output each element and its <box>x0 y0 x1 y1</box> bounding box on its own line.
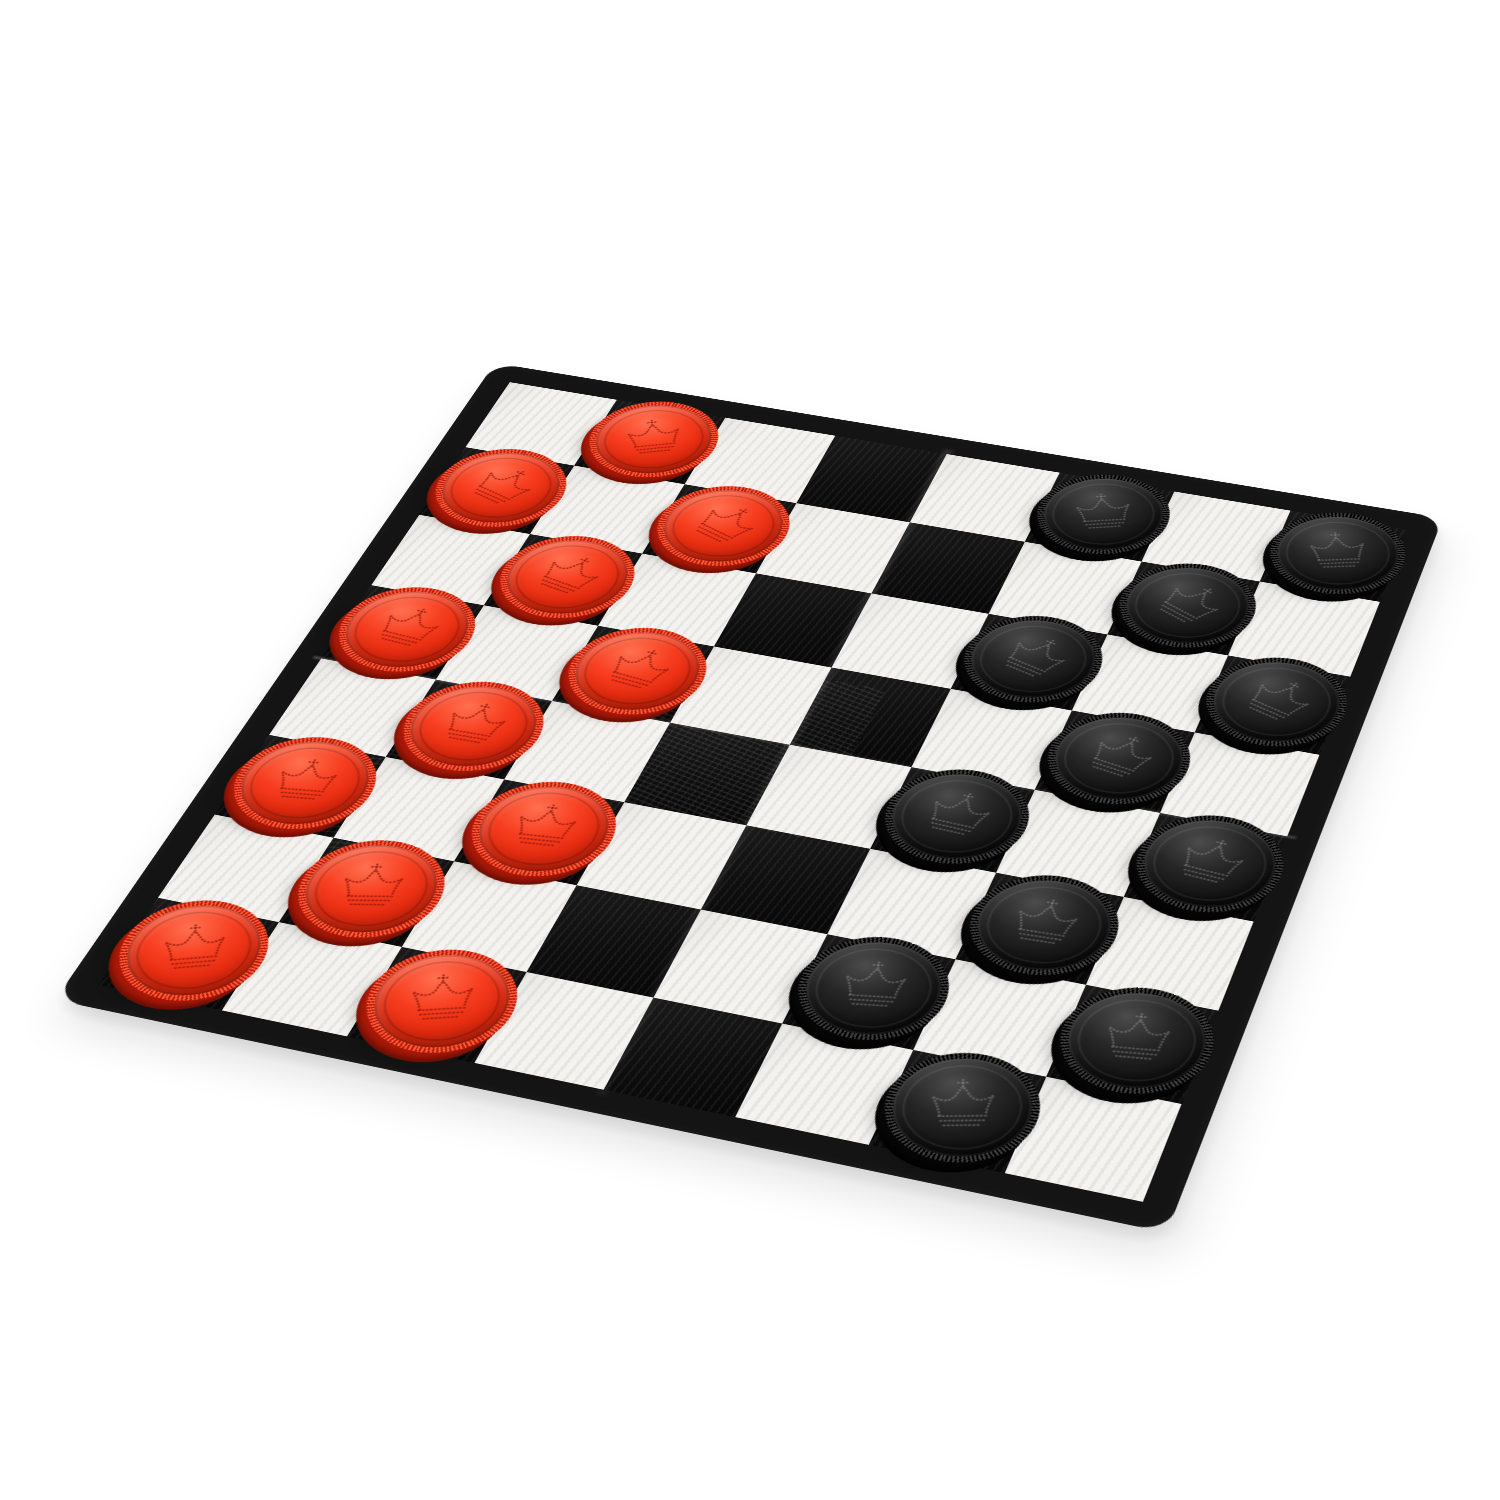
red-checker[interactable] <box>338 941 536 1069</box>
piece-top <box>951 864 1136 987</box>
red-checker[interactable] <box>270 832 463 952</box>
piece-layer <box>55 363 1443 1233</box>
piece-top <box>866 759 1047 875</box>
red-checker[interactable] <box>544 621 722 728</box>
piece-top <box>1190 648 1361 757</box>
black-checker[interactable] <box>1100 557 1268 660</box>
red-checker[interactable] <box>566 396 732 489</box>
red-checker[interactable] <box>476 530 650 631</box>
crown-emboss <box>606 409 703 470</box>
black-checker[interactable] <box>1037 979 1227 1110</box>
red-checker[interactable] <box>411 443 582 539</box>
black-checker[interactable] <box>1252 506 1416 607</box>
red-checker[interactable] <box>89 892 288 1016</box>
crown-emboss <box>814 949 932 1027</box>
piece-top <box>864 1040 1059 1175</box>
black-checker[interactable] <box>860 1044 1056 1180</box>
black-checker[interactable] <box>862 762 1043 878</box>
piece-top <box>777 925 968 1052</box>
red-checker[interactable] <box>445 774 633 891</box>
crown-emboss <box>1287 523 1389 583</box>
crown-emboss <box>139 911 248 989</box>
piece-top <box>1021 466 1185 564</box>
red-checker[interactable] <box>634 480 804 578</box>
piece-top <box>946 606 1118 712</box>
piece-top <box>1256 503 1419 603</box>
crown-emboss <box>1077 999 1196 1082</box>
crown-emboss <box>387 962 496 1040</box>
product-photo-stage <box>0 0 1500 1500</box>
piece-top <box>1119 804 1299 923</box>
red-checker[interactable] <box>206 730 394 843</box>
black-checker[interactable] <box>943 609 1116 716</box>
checkers-mat <box>55 363 1443 1233</box>
black-checker[interactable] <box>1027 705 1203 818</box>
black-checker[interactable] <box>947 867 1132 990</box>
crown-emboss <box>907 1068 1017 1146</box>
crown-emboss <box>313 854 430 923</box>
black-checker[interactable] <box>1115 808 1295 928</box>
piece-top <box>1030 703 1206 816</box>
piece-top <box>1041 976 1230 1107</box>
red-checker[interactable] <box>313 581 492 685</box>
black-checker[interactable] <box>1187 651 1358 760</box>
crown-emboss <box>1054 484 1154 545</box>
black-checker[interactable] <box>1017 468 1182 566</box>
black-checker[interactable] <box>773 929 964 1056</box>
red-checker[interactable] <box>377 675 560 785</box>
piece-top <box>1103 554 1271 657</box>
